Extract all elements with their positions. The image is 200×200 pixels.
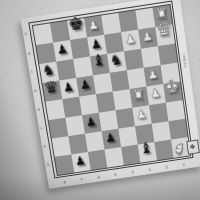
white-queen-g1[interactable]: ♛ [154,19,173,40]
speckle [196,106,197,107]
black-queen-e8[interactable]: ♛ [43,78,60,96]
speckle [6,72,7,73]
speckle [199,60,200,61]
rank-label: c [40,125,43,130]
file-label: 1 [182,162,185,167]
maker-emblem-icon: ❖ [186,140,200,155]
rank-label: d [37,107,40,112]
file-label: 7 [80,177,83,182]
white-rook-d3[interactable]: ♜ [131,87,145,103]
rank-label: f [31,69,34,74]
emblem-glyph: ❖ [189,143,196,152]
file-label: 5 [114,172,117,177]
file-label: 2 [165,165,168,170]
chess-board: hgfedcba ♚♟♜♟♟♟♟♛♞♝♞♛♟♟♟♜♟♚♟♟♟♟♝♞ 876543… [20,0,200,189]
black-king-h6[interactable]: ♚ [67,14,85,34]
white-pawn-c3[interactable]: ♟ [135,108,147,121]
speckle [8,12,9,13]
file-label: 8 [63,180,66,185]
black-pawn-g7[interactable]: ♟ [56,43,69,57]
speckle [3,186,4,187]
rank-label: e [34,88,37,93]
photograph: hgfedcba ♚♟♜♟♟♟♟♛♞♝♞♛♟♟♟♜♟♚♟♟♟♟♝♞ 876543… [0,0,200,200]
black-knight-f4[interactable]: ♞ [109,52,124,68]
file-label: 3 [148,167,151,172]
white-king-d1[interactable]: ♚ [162,76,180,96]
black-bishop-f5[interactable]: ♝ [91,53,107,70]
file-label: 6 [97,175,100,180]
speckle [183,192,184,193]
white-pawn-g2[interactable]: ♟ [141,30,154,44]
black-pawn-a7[interactable]: ♟ [74,154,86,167]
board-brand-text: CHESS [181,53,187,68]
speckle [9,151,10,152]
speckle [41,8,42,9]
black-knight-f8[interactable]: ♞ [41,62,56,78]
speckle [62,4,63,5]
white-pawn-d2[interactable]: ♟ [149,87,161,100]
speckle [189,46,190,47]
black-pawn-e6[interactable]: ♟ [79,78,92,91]
rank-label: h [24,31,27,36]
black-pawn-e7[interactable]: ♟ [62,80,75,93]
speckle [71,195,72,196]
board-frame: ♚♟♜♟♟♟♟♛♞♝♞♛♟♟♟♜♟♚♟♟♟♟♝♞ [28,0,193,178]
speckle [18,40,19,41]
speckle [14,106,15,107]
black-bishop-a3[interactable]: ♝ [139,141,154,157]
rank-label: b [43,143,46,148]
black-pawn-c6[interactable]: ♟ [85,115,97,128]
speckle [121,197,122,198]
board-grid: ♚♟♜♟♟♟♟♛♞♝♞♛♟♟♟♜♟♚♟♟♟♟♝♞ [31,3,191,175]
speckle [193,82,194,83]
rank-label: g [27,50,30,55]
file-label: 4 [131,170,134,175]
black-pawn-g5[interactable]: ♟ [90,37,103,51]
black-pawn-b5[interactable]: ♟ [104,131,116,144]
white-pawn-e2[interactable]: ♟ [147,68,159,82]
white-pawn-g3[interactable]: ♟ [124,32,137,46]
rank-label: a [46,162,49,167]
speckle [31,194,32,195]
white-pawn-h5[interactable]: ♟ [87,18,100,32]
